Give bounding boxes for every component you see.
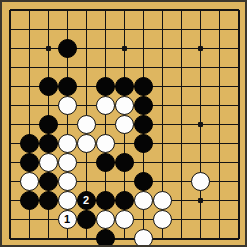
white-stone[interactable] — [115, 96, 134, 115]
white-stone[interactable] — [153, 191, 172, 210]
white-stone[interactable] — [58, 96, 77, 115]
hoshi-star-point — [46, 46, 51, 51]
black-stone[interactable] — [58, 39, 77, 58]
black-stone[interactable] — [134, 77, 153, 96]
grid-line-horizontal — [10, 238, 239, 240]
black-stone[interactable] — [115, 153, 134, 172]
grid-line-vertical — [219, 10, 220, 239]
white-stone[interactable] — [96, 96, 115, 115]
white-stone[interactable] — [153, 210, 172, 229]
black-stone[interactable] — [58, 77, 77, 96]
white-stone[interactable] — [58, 134, 77, 153]
white-stone[interactable] — [134, 229, 153, 247]
hoshi-star-point — [198, 198, 203, 203]
black-stone[interactable] — [77, 210, 96, 229]
white-stone[interactable] — [39, 153, 58, 172]
black-stone[interactable] — [20, 191, 39, 210]
black-stone[interactable] — [96, 77, 115, 96]
go-diagram: 21 — [0, 0, 247, 247]
hoshi-star-point — [198, 122, 203, 127]
white-stone[interactable] — [77, 115, 96, 134]
move-number-label: 1 — [64, 214, 70, 225]
black-stone[interactable] — [39, 191, 58, 210]
white-stone[interactable] — [96, 134, 115, 153]
hoshi-star-point — [198, 46, 203, 51]
black-stone[interactable] — [20, 153, 39, 172]
grid-line-vertical — [238, 10, 240, 239]
black-stone[interactable] — [39, 172, 58, 191]
black-stone[interactable] — [39, 115, 58, 134]
black-stone[interactable] — [134, 115, 153, 134]
go-board[interactable]: 21 — [0, 0, 247, 247]
black-stone[interactable] — [115, 191, 134, 210]
white-stone[interactable] — [20, 172, 39, 191]
black-stone[interactable] — [96, 153, 115, 172]
black-stone[interactable] — [96, 191, 115, 210]
black-stone[interactable]: 2 — [77, 191, 96, 210]
white-stone[interactable] — [115, 210, 134, 229]
white-stone[interactable]: 1 — [58, 210, 77, 229]
white-stone[interactable] — [77, 134, 96, 153]
white-stone[interactable] — [115, 115, 134, 134]
black-stone[interactable] — [39, 134, 58, 153]
black-stone[interactable] — [115, 77, 134, 96]
black-stone[interactable] — [134, 96, 153, 115]
black-stone[interactable] — [134, 172, 153, 191]
black-stone[interactable] — [20, 134, 39, 153]
white-stone[interactable] — [58, 191, 77, 210]
black-stone[interactable] — [39, 77, 58, 96]
grid-line-vertical — [181, 10, 182, 239]
hoshi-star-point — [122, 46, 127, 51]
white-stone[interactable] — [191, 172, 210, 191]
move-number-label: 2 — [83, 195, 89, 206]
black-stone[interactable] — [134, 134, 153, 153]
white-stone[interactable] — [134, 191, 153, 210]
white-stone[interactable] — [96, 210, 115, 229]
white-stone[interactable] — [58, 172, 77, 191]
white-stone[interactable] — [58, 153, 77, 172]
black-stone[interactable] — [96, 229, 115, 247]
